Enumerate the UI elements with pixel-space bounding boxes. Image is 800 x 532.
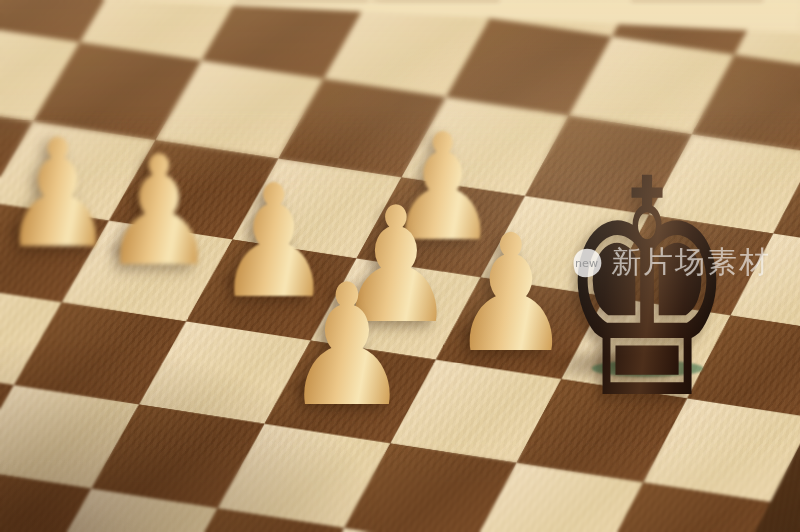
white-pawn-glyph: ♟ xyxy=(283,262,411,430)
white-pawn-glyph: ♟ xyxy=(215,164,334,320)
base-felt xyxy=(131,247,187,255)
white-pawn-glyph: ♟ xyxy=(335,186,457,346)
black-king-glyph: ♚ xyxy=(558,141,736,441)
white-pawn-glyph: ♟ xyxy=(449,213,572,375)
chessboard-photo-scene: ♟♟♟♟♟♟♟♚ new 新片场素材 xyxy=(0,0,800,532)
piece-cast-shadow xyxy=(438,320,545,348)
white-pawn-glyph: ♟ xyxy=(1,119,115,269)
base-felt xyxy=(245,278,303,287)
piece-cast-shadow xyxy=(512,339,710,390)
piece-cast-shadow xyxy=(91,237,191,263)
base-felt xyxy=(592,360,703,377)
white-pawn-glyph: ♟ xyxy=(387,114,500,262)
base-felt xyxy=(316,385,378,394)
piece-cast-shadow xyxy=(204,267,307,294)
base-felt xyxy=(30,229,86,237)
base-felt xyxy=(481,331,541,340)
piece-cast-shadow xyxy=(0,218,90,244)
base-felt xyxy=(416,222,471,230)
pieces-layer: ♟♟♟♟♟♟♟♚ xyxy=(0,0,800,532)
piece-cast-shadow xyxy=(324,292,430,319)
piece-cast-shadow xyxy=(271,373,382,402)
base-felt xyxy=(366,303,425,312)
white-pawn-glyph: ♟ xyxy=(101,136,217,288)
piece-cast-shadow xyxy=(376,211,474,236)
